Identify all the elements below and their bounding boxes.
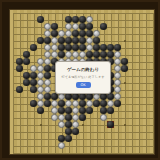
- white-stone: [44, 23, 51, 30]
- black-stone: [93, 100, 100, 107]
- white-stone: [51, 114, 58, 121]
- white-stone: [86, 44, 93, 51]
- black-stone: [58, 37, 65, 44]
- white-stone: [79, 51, 86, 58]
- white-stone: [114, 86, 121, 93]
- black-stone: [23, 58, 30, 65]
- white-stone: [86, 37, 93, 44]
- white-stone: [107, 100, 114, 107]
- black-stone: [107, 121, 114, 128]
- white-stone: [51, 100, 58, 107]
- black-stone: [65, 135, 72, 142]
- black-stone: [121, 65, 128, 72]
- black-stone: [79, 44, 86, 51]
- white-stone: [58, 142, 65, 149]
- white-stone: [37, 86, 44, 93]
- black-stone: [79, 37, 86, 44]
- black-stone: [93, 37, 100, 44]
- black-stone: [86, 30, 93, 37]
- grid-line: [153, 13, 154, 154]
- white-stone: [44, 86, 51, 93]
- black-stone: [58, 44, 65, 51]
- black-stone: [16, 58, 23, 65]
- black-stone: [121, 58, 128, 65]
- black-stone: [16, 65, 23, 72]
- white-stone: [37, 79, 44, 86]
- black-stone: [23, 51, 30, 58]
- black-stone: [100, 107, 107, 114]
- grid-line: [139, 13, 140, 154]
- white-stone: [58, 121, 65, 128]
- black-stone: [51, 93, 58, 100]
- white-stone: [65, 30, 72, 37]
- white-stone: [72, 23, 79, 30]
- black-stone: [79, 107, 86, 114]
- white-stone: [37, 58, 44, 65]
- white-stone: [86, 16, 93, 23]
- black-stone: [44, 72, 51, 79]
- black-stone: [93, 44, 100, 51]
- white-stone: [37, 72, 44, 79]
- black-stone: [86, 93, 93, 100]
- white-stone: [65, 100, 72, 107]
- black-stone: [30, 100, 37, 107]
- black-stone: [86, 23, 93, 30]
- star-point: [82, 124, 84, 126]
- black-stone: [23, 79, 30, 86]
- white-stone: [37, 65, 44, 72]
- black-stone: [65, 114, 72, 121]
- star-point: [124, 82, 126, 84]
- black-stone: [58, 100, 65, 107]
- white-stone: [114, 79, 121, 86]
- app-window: ゲームの終わり 打てる場所がない 終了します OK: [0, 0, 160, 160]
- white-stone: [114, 51, 121, 58]
- black-stone: [51, 30, 58, 37]
- black-stone: [100, 93, 107, 100]
- black-stone: [100, 44, 107, 51]
- black-stone: [23, 72, 30, 79]
- black-stone: [79, 93, 86, 100]
- black-stone: [16, 86, 23, 93]
- white-stone: [51, 37, 58, 44]
- black-stone: [100, 23, 107, 30]
- star-point: [124, 40, 126, 42]
- dialog-message: 打てる場所がない 終了します: [61, 75, 104, 79]
- white-stone: [65, 23, 72, 30]
- grid-line: [13, 153, 154, 154]
- black-stone: [37, 16, 44, 23]
- white-stone: [72, 100, 79, 107]
- black-stone: [65, 37, 72, 44]
- white-stone: [44, 58, 51, 65]
- white-stone: [51, 107, 58, 114]
- black-stone: [72, 30, 79, 37]
- grid-line: [13, 132, 154, 133]
- black-stone: [65, 44, 72, 51]
- black-stone: [107, 44, 114, 51]
- white-stone: [51, 51, 58, 58]
- dialog-title: ゲームの終わり: [67, 67, 99, 72]
- white-stone: [114, 65, 121, 72]
- black-stone: [107, 51, 114, 58]
- white-stone: [58, 114, 65, 121]
- black-stone: [79, 30, 86, 37]
- black-stone: [79, 114, 86, 121]
- black-stone: [30, 72, 37, 79]
- white-stone: [58, 93, 65, 100]
- black-stone: [107, 107, 114, 114]
- white-stone: [100, 114, 107, 121]
- white-stone: [44, 79, 51, 86]
- black-stone: [65, 107, 72, 114]
- black-stone: [37, 107, 44, 114]
- white-stone: [72, 121, 79, 128]
- white-stone: [86, 100, 93, 107]
- black-stone: [44, 37, 51, 44]
- white-stone: [30, 65, 37, 72]
- white-stone: [93, 93, 100, 100]
- grid-line: [13, 139, 154, 140]
- white-stone: [72, 51, 79, 58]
- black-stone: [51, 23, 58, 30]
- black-stone: [44, 100, 51, 107]
- white-stone: [72, 114, 79, 121]
- white-stone: [114, 72, 121, 79]
- white-stone: [51, 44, 58, 51]
- black-stone: [65, 121, 72, 128]
- ok-button[interactable]: OK: [76, 82, 91, 88]
- black-stone: [65, 93, 72, 100]
- white-stone: [65, 51, 72, 58]
- game-over-dialog: ゲームの終わり 打てる場所がない 終了します OK: [55, 61, 111, 94]
- black-stone: [79, 23, 86, 30]
- black-stone: [58, 107, 65, 114]
- black-stone: [44, 93, 51, 100]
- black-stone: [58, 51, 65, 58]
- black-stone: [93, 51, 100, 58]
- black-stone: [107, 93, 114, 100]
- white-stone: [58, 30, 65, 37]
- black-stone: [72, 16, 79, 23]
- black-stone: [37, 37, 44, 44]
- black-stone: [100, 100, 107, 107]
- black-stone: [86, 51, 93, 58]
- black-stone: [44, 65, 51, 72]
- grid-line: [146, 13, 147, 154]
- black-stone: [72, 44, 79, 51]
- white-stone: [44, 44, 51, 51]
- white-stone: [114, 93, 121, 100]
- star-point: [40, 124, 42, 126]
- white-stone: [93, 30, 100, 37]
- white-stone: [44, 30, 51, 37]
- black-stone: [72, 128, 79, 135]
- white-stone: [37, 100, 44, 107]
- black-stone: [30, 86, 37, 93]
- star-point: [124, 124, 126, 126]
- black-stone: [86, 107, 93, 114]
- black-stone: [79, 100, 86, 107]
- grid-line: [13, 146, 154, 147]
- black-stone: [72, 93, 79, 100]
- black-stone: [79, 16, 86, 23]
- black-stone: [72, 37, 79, 44]
- black-stone: [30, 79, 37, 86]
- black-stone: [114, 44, 121, 51]
- black-stone: [65, 128, 72, 135]
- white-stone: [114, 58, 121, 65]
- black-stone: [65, 16, 72, 23]
- black-stone: [30, 44, 37, 51]
- white-stone: [37, 93, 44, 100]
- black-stone: [58, 135, 65, 142]
- black-stone: [114, 100, 121, 107]
- white-stone: [44, 51, 51, 58]
- black-stone: [100, 51, 107, 58]
- white-stone: [72, 107, 79, 114]
